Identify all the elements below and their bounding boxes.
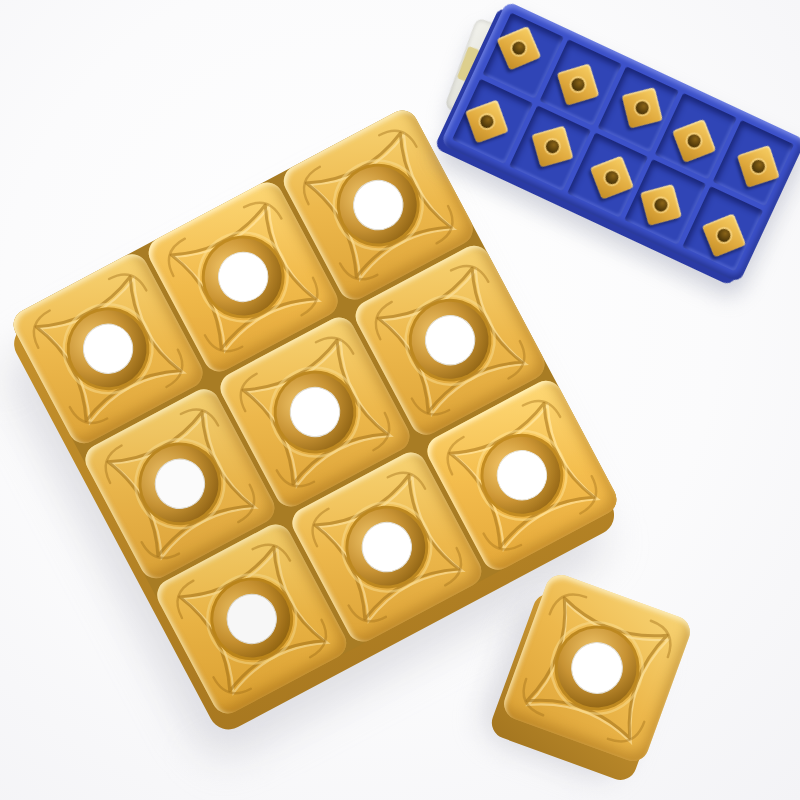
small-insert — [557, 63, 599, 105]
insert-tray — [440, 1, 800, 284]
small-insert — [737, 145, 780, 188]
small-insert — [531, 126, 573, 168]
small-insert — [497, 26, 542, 71]
small-insert — [702, 213, 746, 257]
tray-pockets — [452, 13, 794, 272]
small-insert — [640, 185, 682, 227]
small-insert — [590, 156, 634, 200]
scene — [0, 0, 800, 800]
tray-body — [440, 1, 800, 284]
small-insert — [622, 87, 663, 128]
small-insert — [673, 119, 717, 163]
small-insert — [465, 100, 509, 144]
